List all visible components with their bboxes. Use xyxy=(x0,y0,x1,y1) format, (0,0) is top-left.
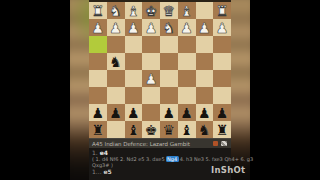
white-pawn-piece: ♟ xyxy=(180,20,193,34)
square-b3[interactable] xyxy=(196,36,214,53)
square-f5[interactable] xyxy=(125,70,143,87)
white-bishop-piece: ♝ xyxy=(180,3,193,17)
square-c3[interactable] xyxy=(178,36,196,53)
white-pawn-piece: ♟ xyxy=(127,20,140,34)
white-pawn-piece: ♟ xyxy=(109,20,122,34)
variation-suffix[interactable]: 4. h3 Ne3 5. fxe3 Qh4+ 6. g3 xyxy=(180,156,253,162)
square-b6[interactable] xyxy=(196,87,214,104)
square-a5[interactable] xyxy=(213,70,231,87)
square-c5[interactable] xyxy=(178,70,196,87)
active-move[interactable]: Ng4 xyxy=(166,156,179,162)
square-h8[interactable]: ♜ xyxy=(89,121,107,138)
square-c8[interactable]: ♝ xyxy=(178,121,196,138)
engine-icon[interactable] xyxy=(213,141,218,146)
square-e5[interactable]: ♟ xyxy=(142,70,160,87)
square-h1[interactable]: ♜ xyxy=(89,2,107,19)
reply-number: 1... xyxy=(92,168,102,175)
video-frame: ♜♞♝♚♛♝♜♟♟♟♟♞♟♟♟♞♟♟♟♟♟♟♟♟♜♝♚♛♝♞♜ A45 Indi… xyxy=(0,0,320,180)
square-a8[interactable]: ♜ xyxy=(213,121,231,138)
main-move-line: 1.e4 xyxy=(92,149,228,156)
board-icon[interactable] xyxy=(221,141,227,146)
opening-bar: A45 Indian Defence: Lazard Gambit xyxy=(89,138,231,148)
square-g2[interactable]: ♟ xyxy=(107,19,125,36)
black-pawn-piece: ♟ xyxy=(109,105,122,119)
black-bishop-piece: ♝ xyxy=(180,122,193,136)
white-pawn-piece: ♟ xyxy=(145,20,158,34)
video-strip: ♜♞♝♚♛♝♜♟♟♟♟♞♟♟♟♞♟♟♟♟♟♟♟♟♜♝♚♛♝♞♜ A45 Indi… xyxy=(89,0,231,180)
square-e7[interactable] xyxy=(142,104,160,121)
black-pawn-piece: ♟ xyxy=(198,105,211,119)
square-d1[interactable]: ♛ xyxy=(160,2,178,19)
white-king-piece: ♚ xyxy=(145,3,158,17)
black-pawn-piece: ♟ xyxy=(216,105,229,119)
square-f1[interactable]: ♝ xyxy=(125,2,143,19)
opening-bar-icons xyxy=(213,141,231,146)
square-h6[interactable] xyxy=(89,87,107,104)
square-f8[interactable]: ♝ xyxy=(125,121,143,138)
square-h7[interactable]: ♟ xyxy=(89,104,107,121)
square-c4[interactable] xyxy=(178,53,196,70)
square-e6[interactable] xyxy=(142,87,160,104)
square-d6[interactable] xyxy=(160,87,178,104)
square-a2[interactable]: ♟ xyxy=(213,19,231,36)
square-b1[interactable] xyxy=(196,2,214,19)
square-g4[interactable]: ♞ xyxy=(107,53,125,70)
black-rook-piece: ♜ xyxy=(92,122,105,136)
move-number: 1. xyxy=(92,149,98,156)
square-d8[interactable]: ♛ xyxy=(160,121,178,138)
white-rook-piece: ♜ xyxy=(92,3,105,17)
black-knight-piece: ♞ xyxy=(109,54,122,68)
move-list: 1.e4 ( 1. d4 Nf6 2. Nd2 e5 3. dxe5Ng44. … xyxy=(89,148,231,180)
black-queen-piece: ♛ xyxy=(163,122,176,136)
square-c7[interactable]: ♟ xyxy=(178,104,196,121)
square-f3[interactable] xyxy=(125,36,143,53)
white-pawn-piece: ♟ xyxy=(198,20,211,34)
square-h3[interactable] xyxy=(89,36,107,53)
square-e8[interactable]: ♚ xyxy=(142,121,160,138)
square-g5[interactable] xyxy=(107,70,125,87)
square-c1[interactable]: ♝ xyxy=(178,2,196,19)
square-d3[interactable] xyxy=(160,36,178,53)
square-g3[interactable] xyxy=(107,36,125,53)
square-d7[interactable]: ♟ xyxy=(160,104,178,121)
white-pawn-piece: ♟ xyxy=(216,20,229,34)
square-h4[interactable] xyxy=(89,53,107,70)
square-e3[interactable] xyxy=(142,36,160,53)
square-b8[interactable]: ♞ xyxy=(196,121,214,138)
reply-move-line: 1...e5 xyxy=(92,168,228,175)
square-c2[interactable]: ♟ xyxy=(178,19,196,36)
black-pawn-piece: ♟ xyxy=(180,105,193,119)
chess-board: ♜♞♝♚♛♝♜♟♟♟♟♞♟♟♟♞♟♟♟♟♟♟♟♟♜♝♚♛♝♞♜ xyxy=(89,0,231,138)
square-b5[interactable] xyxy=(196,70,214,87)
black-pawn-piece: ♟ xyxy=(163,105,176,119)
black-bishop-piece: ♝ xyxy=(127,122,140,136)
square-f4[interactable] xyxy=(125,53,143,70)
white-queen-piece: ♛ xyxy=(163,3,176,17)
reply-move[interactable]: e5 xyxy=(104,168,112,175)
square-a1[interactable]: ♜ xyxy=(213,2,231,19)
white-pawn-piece: ♟ xyxy=(145,71,158,85)
square-a3[interactable] xyxy=(213,36,231,53)
square-f6[interactable] xyxy=(125,87,143,104)
white-bishop-piece: ♝ xyxy=(127,3,140,17)
square-d4[interactable] xyxy=(160,53,178,70)
white-knight-piece: ♞ xyxy=(109,3,122,17)
main-move[interactable]: e4 xyxy=(100,149,108,156)
square-g7[interactable]: ♟ xyxy=(107,104,125,121)
square-b7[interactable]: ♟ xyxy=(196,104,214,121)
black-knight-piece: ♞ xyxy=(198,122,211,136)
square-e4[interactable] xyxy=(142,53,160,70)
black-king-piece: ♚ xyxy=(145,122,158,136)
square-e2[interactable]: ♟ xyxy=(142,19,160,36)
inshot-watermark: InShOt xyxy=(211,165,245,175)
square-h2[interactable]: ♟ xyxy=(89,19,107,36)
white-rook-piece: ♜ xyxy=(216,3,229,17)
square-a7[interactable]: ♟ xyxy=(213,104,231,121)
square-c6[interactable] xyxy=(178,87,196,104)
square-a4[interactable] xyxy=(213,53,231,70)
square-d2[interactable]: ♞ xyxy=(160,19,178,36)
square-d5[interactable] xyxy=(160,70,178,87)
square-b4[interactable] xyxy=(196,53,214,70)
square-g8[interactable] xyxy=(107,121,125,138)
opening-name: A45 Indian Defence: Lazard Gambit xyxy=(89,141,213,147)
square-b2[interactable]: ♟ xyxy=(196,19,214,36)
black-pawn-piece: ♟ xyxy=(127,105,140,119)
square-h5[interactable] xyxy=(89,70,107,87)
square-a6[interactable] xyxy=(213,87,231,104)
square-e1[interactable]: ♚ xyxy=(142,2,160,19)
square-g6[interactable] xyxy=(107,87,125,104)
square-f7[interactable]: ♟ xyxy=(125,104,143,121)
black-rook-piece: ♜ xyxy=(216,122,229,136)
black-pawn-piece: ♟ xyxy=(92,105,105,119)
white-knight-piece: ♞ xyxy=(163,20,176,34)
white-pawn-piece: ♟ xyxy=(92,20,105,34)
square-g1[interactable]: ♞ xyxy=(107,2,125,19)
square-f2[interactable]: ♟ xyxy=(125,19,143,36)
